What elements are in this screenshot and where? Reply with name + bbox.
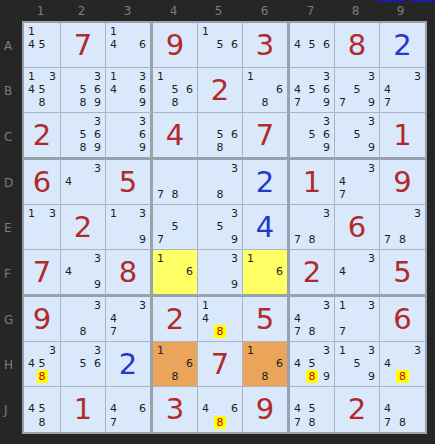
candidate-C8-5: 5 <box>351 128 363 141</box>
candidate-B2-8: 8 <box>77 96 89 109</box>
cell-C9[interactable]: 1 <box>380 113 425 160</box>
candidate-E4-7: 7 <box>157 233 169 246</box>
cell-B4[interactable]: 1568 <box>153 68 198 113</box>
cell-E5[interactable]: 359 <box>198 205 243 250</box>
cell-C4[interactable]: 4 <box>153 113 198 160</box>
candidate-grid-F6: 16 <box>243 250 287 294</box>
candidate-B2-3: 3 <box>89 70 101 83</box>
solved-digit-J8: 2 <box>335 387 379 432</box>
candidate-E9-8: 8 <box>396 233 408 246</box>
cell-F1[interactable]: 7 <box>24 250 61 297</box>
candidate-H6-8: 8 <box>259 370 271 383</box>
cell-J6[interactable]: 9 <box>243 387 290 432</box>
candidate-B9-3: 3 <box>409 70 421 83</box>
row-label-C: C <box>0 113 22 160</box>
cell-J9[interactable]: 478 <box>380 387 425 432</box>
cell-C3[interactable]: 369 <box>106 113 153 160</box>
candidate-A3-1: 1 <box>110 25 122 38</box>
candidate-H4-1: 1 <box>157 344 169 357</box>
solved-digit-A9: 2 <box>380 23 425 67</box>
cell-C6[interactable]: 7 <box>243 113 290 160</box>
candidate-E5-9: 9 <box>226 233 238 246</box>
candidate-C7-9: 9 <box>318 141 330 154</box>
candidate-B7-7: 7 <box>294 96 306 109</box>
candidate-B6-8: 8 <box>259 96 271 109</box>
column-labels: 123456789 <box>22 0 423 21</box>
cell-G6[interactable]: 5 <box>243 297 290 342</box>
cell-A2[interactable]: 7 <box>61 23 106 68</box>
row-label-A: A <box>0 23 22 68</box>
candidate-J1-5: 5 <box>37 402 46 415</box>
candidate-J5-8: 8 <box>214 416 226 429</box>
cell-A1[interactable]: 145 <box>24 23 61 68</box>
solved-digit-G1: 9 <box>24 297 60 341</box>
solved-digit-G4: 2 <box>153 297 197 341</box>
cell-A4[interactable]: 9 <box>153 23 198 68</box>
candidate-J9-4: 4 <box>384 402 396 415</box>
candidate-C3-3: 3 <box>134 115 146 128</box>
cell-H1[interactable]: 3458 <box>24 342 61 387</box>
column-label-6: 6 <box>241 0 288 21</box>
cell-E3[interactable]: 139 <box>106 205 153 250</box>
candidate-B7-5: 5 <box>306 83 318 96</box>
row-label-D: D <box>0 160 22 205</box>
solved-digit-F3: 8 <box>106 250 150 294</box>
candidate-H7-8: 8 <box>306 370 318 383</box>
candidate-grid-A7: 456 <box>290 23 334 67</box>
solved-digit-B5: 2 <box>198 68 242 112</box>
candidate-grid-H4: 168 <box>153 342 197 386</box>
candidate-grid-F5: 39 <box>198 250 242 294</box>
candidate-A7-4: 4 <box>294 38 306 51</box>
candidate-G5-1: 1 <box>202 299 214 312</box>
cell-F8[interactable]: 34 <box>335 250 380 297</box>
row-label-B: B <box>0 68 22 113</box>
candidate-H9-8: 8 <box>396 370 408 383</box>
cell-G5[interactable]: 148 <box>198 297 243 342</box>
candidate-J5-6: 6 <box>226 402 238 415</box>
cell-A6[interactable]: 3 <box>243 23 290 68</box>
candidate-A3-6: 6 <box>134 38 146 51</box>
cell-H2[interactable]: 356 <box>61 342 106 387</box>
solved-digit-A6: 3 <box>243 23 287 67</box>
candidate-grid-C2: 35689 <box>61 113 105 157</box>
candidate-H8-3: 3 <box>363 344 375 357</box>
candidate-A3-4: 4 <box>110 38 122 51</box>
candidate-B2-6: 6 <box>89 83 101 96</box>
candidate-grid-D8: 347 <box>335 160 379 204</box>
candidate-E7-3: 3 <box>318 207 330 220</box>
solved-digit-H5: 7 <box>198 342 242 386</box>
cell-F2[interactable]: 349 <box>61 250 106 297</box>
cell-D3[interactable]: 5 <box>106 160 153 205</box>
sudoku-board: 1457146915634568213458356891346915682168… <box>22 21 427 434</box>
candidate-E9-7: 7 <box>384 233 396 246</box>
candidate-E1-3: 3 <box>47 207 56 220</box>
candidate-D4-8: 8 <box>169 188 181 201</box>
candidate-G8-7: 7 <box>339 325 351 338</box>
candidate-B1-4: 4 <box>28 83 37 96</box>
candidate-grid-A5: 156 <box>198 23 242 67</box>
candidate-H4-8: 8 <box>169 370 181 383</box>
candidate-B1-1: 1 <box>28 70 37 83</box>
candidate-grid-F8: 34 <box>335 250 379 294</box>
cell-B2[interactable]: 35689 <box>61 68 106 113</box>
cell-H3[interactable]: 2 <box>106 342 153 387</box>
candidate-B9-4: 4 <box>384 83 396 96</box>
candidate-grid-A3: 146 <box>106 23 150 67</box>
cell-F6[interactable]: 16 <box>243 250 290 297</box>
candidate-G8-1: 1 <box>339 299 351 312</box>
candidate-H8-1: 1 <box>339 344 351 357</box>
candidate-H6-1: 1 <box>247 344 259 357</box>
cell-D7[interactable]: 1 <box>290 160 335 205</box>
candidate-G2-8: 8 <box>77 325 89 338</box>
candidate-F2-9: 9 <box>89 278 101 291</box>
candidate-C5-8: 8 <box>214 141 226 154</box>
solved-digit-C4: 4 <box>153 113 197 157</box>
solved-digit-E8: 6 <box>335 205 379 249</box>
candidate-E3-3: 3 <box>134 207 146 220</box>
cell-G1[interactable]: 9 <box>24 297 61 342</box>
cell-J8[interactable]: 2 <box>335 387 380 432</box>
candidate-grid-F2: 349 <box>61 250 105 294</box>
candidate-E7-7: 7 <box>294 233 306 246</box>
candidate-C3-9: 9 <box>134 141 146 154</box>
solved-digit-C1: 2 <box>24 113 60 157</box>
candidate-H6-6: 6 <box>271 357 283 370</box>
candidate-H8-5: 5 <box>351 357 363 370</box>
candidate-B4-5: 5 <box>169 83 181 96</box>
candidate-B7-3: 3 <box>318 70 330 83</box>
candidate-grid-B8: 3579 <box>335 68 379 112</box>
candidate-grid-B7: 345679 <box>290 68 334 112</box>
candidate-J3-4: 4 <box>110 402 122 415</box>
candidate-C2-6: 6 <box>89 128 101 141</box>
cell-D8[interactable]: 347 <box>335 160 380 205</box>
candidate-grid-J7: 4578 <box>290 387 334 432</box>
candidate-B6-1: 1 <box>247 70 259 83</box>
cell-B6[interactable]: 168 <box>243 68 290 113</box>
candidate-E3-9: 9 <box>134 233 146 246</box>
candidate-grid-H9: 348 <box>380 342 425 386</box>
candidate-H7-9: 9 <box>318 370 330 383</box>
cell-H9[interactable]: 348 <box>380 342 425 387</box>
candidate-H7-3: 3 <box>318 344 330 357</box>
candidate-grid-E5: 359 <box>198 205 242 249</box>
candidate-B4-8: 8 <box>169 96 181 109</box>
candidate-G5-4: 4 <box>202 312 214 325</box>
candidate-H2-6: 6 <box>89 357 101 370</box>
cell-J3[interactable]: 467 <box>106 387 153 432</box>
candidate-D5-3: 3 <box>226 162 238 175</box>
candidate-grid-G7: 3478 <box>290 297 334 341</box>
solved-digit-J2: 1 <box>61 387 105 432</box>
candidate-J7-5: 5 <box>306 402 318 415</box>
cell-A5[interactable]: 156 <box>198 23 243 68</box>
candidate-grid-F4: 16 <box>153 250 197 294</box>
candidate-grid-B2: 35689 <box>61 68 105 112</box>
candidate-A7-5: 5 <box>306 38 318 51</box>
cell-J2[interactable]: 1 <box>61 387 106 432</box>
candidate-G3-4: 4 <box>110 312 122 325</box>
solved-digit-A2: 7 <box>61 23 105 67</box>
candidate-D5-8: 8 <box>214 188 226 201</box>
candidate-C2-5: 5 <box>77 128 89 141</box>
cell-H8[interactable]: 1359 <box>335 342 380 387</box>
row-label-H: H <box>0 342 22 387</box>
cell-E7[interactable]: 378 <box>290 205 335 250</box>
cell-H4[interactable]: 168 <box>153 342 198 387</box>
candidate-B8-5: 5 <box>351 83 363 96</box>
cell-E1[interactable]: 13 <box>24 205 61 250</box>
candidate-H2-3: 3 <box>89 344 101 357</box>
candidate-B2-9: 9 <box>89 96 101 109</box>
cell-G7[interactable]: 3478 <box>290 297 335 342</box>
candidate-H4-6: 6 <box>181 357 193 370</box>
candidate-grid-D4: 78 <box>153 160 197 204</box>
cell-J5[interactable]: 468 <box>198 387 243 432</box>
candidate-B3-6: 6 <box>134 83 146 96</box>
cell-A7[interactable]: 456 <box>290 23 335 68</box>
solved-digit-H3: 2 <box>106 342 150 386</box>
cell-D5[interactable]: 38 <box>198 160 243 205</box>
candidate-F6-6: 6 <box>271 265 283 278</box>
candidate-grid-C3: 369 <box>106 113 150 157</box>
candidate-grid-J5: 468 <box>198 387 242 432</box>
candidate-grid-E1: 13 <box>24 205 60 249</box>
candidate-G7-4: 4 <box>294 312 306 325</box>
cell-D2[interactable]: 34 <box>61 160 106 205</box>
candidate-C3-6: 6 <box>134 128 146 141</box>
candidate-B7-4: 4 <box>294 83 306 96</box>
cell-D1[interactable]: 6 <box>24 160 61 205</box>
cell-C5[interactable]: 568 <box>198 113 243 160</box>
cell-D9[interactable]: 9 <box>380 160 425 205</box>
column-label-3: 3 <box>104 0 151 21</box>
cell-G4[interactable]: 2 <box>153 297 198 342</box>
cell-F7[interactable]: 2 <box>290 250 335 297</box>
solved-digit-D1: 6 <box>24 160 60 204</box>
candidate-C7-3: 3 <box>318 115 330 128</box>
solved-digit-F1: 7 <box>24 250 60 294</box>
cell-C7[interactable]: 3569 <box>290 113 335 160</box>
candidate-B8-9: 9 <box>363 96 375 109</box>
candidate-grid-G3: 347 <box>106 297 150 341</box>
candidate-D8-4: 4 <box>339 175 351 188</box>
solved-digit-J6: 9 <box>243 387 287 432</box>
candidate-grid-B4: 1568 <box>153 68 197 112</box>
cell-E4[interactable]: 57 <box>153 205 198 250</box>
candidate-J9-7: 7 <box>384 416 396 429</box>
cell-D4[interactable]: 78 <box>153 160 198 205</box>
candidate-J3-6: 6 <box>134 402 146 415</box>
candidate-E1-1: 1 <box>28 207 37 220</box>
cell-A3[interactable]: 146 <box>106 23 153 68</box>
cell-H5[interactable]: 7 <box>198 342 243 387</box>
cell-F9[interactable]: 5 <box>380 250 425 297</box>
candidate-grid-B3: 13469 <box>106 68 150 112</box>
candidate-B4-6: 6 <box>181 83 193 96</box>
solved-digit-A8: 8 <box>335 23 379 67</box>
solved-digit-G6: 5 <box>243 297 287 341</box>
solved-digit-F9: 5 <box>380 250 425 294</box>
candidate-D8-3: 3 <box>363 162 375 175</box>
column-label-7: 7 <box>288 0 333 21</box>
candidate-H1-5: 5 <box>37 357 48 370</box>
candidate-grid-J9: 478 <box>380 387 425 432</box>
cell-C1[interactable]: 2 <box>24 113 61 160</box>
cell-E9[interactable]: 378 <box>380 205 425 250</box>
candidate-D2-3: 3 <box>89 162 101 175</box>
candidate-F5-3: 3 <box>226 252 238 265</box>
cell-B5[interactable]: 2 <box>198 68 243 113</box>
solved-digit-D3: 5 <box>106 160 150 204</box>
candidate-C7-5: 5 <box>306 128 318 141</box>
candidate-B3-4: 4 <box>110 83 122 96</box>
solved-digit-F7: 2 <box>290 250 334 294</box>
candidate-D8-7: 7 <box>339 188 351 201</box>
candidate-C8-3: 3 <box>363 115 375 128</box>
cell-C2[interactable]: 35689 <box>61 113 106 160</box>
candidate-J7-7: 7 <box>294 416 306 429</box>
candidate-B3-3: 3 <box>134 70 146 83</box>
candidate-F6-1: 1 <box>247 252 259 265</box>
cell-B9[interactable]: 347 <box>380 68 425 113</box>
candidate-F8-4: 4 <box>339 265 351 278</box>
candidate-B7-9: 9 <box>318 96 330 109</box>
solved-digit-C6: 7 <box>243 113 287 157</box>
cell-G8[interactable]: 137 <box>335 297 380 342</box>
candidate-G5-8: 8 <box>214 325 226 338</box>
candidate-F8-3: 3 <box>363 252 375 265</box>
candidate-G7-7: 7 <box>294 325 306 338</box>
cell-E2[interactable]: 2 <box>61 205 106 250</box>
solved-digit-D7: 1 <box>290 160 334 204</box>
candidate-B8-3: 3 <box>363 70 375 83</box>
cell-G9[interactable]: 6 <box>380 297 425 342</box>
candidate-B3-9: 9 <box>134 96 146 109</box>
candidate-G8-3: 3 <box>363 299 375 312</box>
candidate-F4-1: 1 <box>157 252 169 265</box>
cell-F5[interactable]: 39 <box>198 250 243 297</box>
candidate-B8-7: 7 <box>339 96 351 109</box>
candidate-F2-4: 4 <box>65 265 77 278</box>
candidate-A5-1: 1 <box>202 25 214 38</box>
candidate-E9-3: 3 <box>409 207 421 220</box>
candidate-C5-6: 6 <box>226 128 238 141</box>
cell-E6[interactable]: 4 <box>243 205 290 250</box>
candidate-grid-D5: 38 <box>198 160 242 204</box>
row-label-G: G <box>0 297 22 342</box>
candidate-A7-6: 6 <box>318 38 330 51</box>
candidate-G2-3: 3 <box>89 299 101 312</box>
candidate-grid-H7: 34589 <box>290 342 334 386</box>
candidate-grid-E9: 378 <box>380 205 425 249</box>
candidate-F5-9: 9 <box>226 278 238 291</box>
solved-digit-C9: 1 <box>380 113 425 157</box>
cell-A8[interactable]: 8 <box>335 23 380 68</box>
candidate-H7-4: 4 <box>294 357 306 370</box>
candidate-grid-J1: 458 <box>24 387 60 432</box>
candidate-G3-7: 7 <box>110 325 122 338</box>
cell-J7[interactable]: 4578 <box>290 387 335 432</box>
cell-J1[interactable]: 458 <box>24 387 61 432</box>
cell-D6[interactable]: 2 <box>243 160 290 205</box>
candidate-E7-8: 8 <box>306 233 318 246</box>
solved-digit-J4: 3 <box>153 387 197 432</box>
candidate-B1-5: 5 <box>37 83 46 96</box>
cell-B8[interactable]: 3579 <box>335 68 380 113</box>
row-label-J: J <box>0 387 22 432</box>
candidate-grid-E7: 378 <box>290 205 334 249</box>
candidate-D4-7: 7 <box>157 188 169 201</box>
solved-digit-E2: 2 <box>61 205 105 249</box>
candidate-G7-8: 8 <box>306 325 318 338</box>
candidate-G7-3: 3 <box>318 299 330 312</box>
candidate-F4-6: 6 <box>181 265 193 278</box>
cell-F3[interactable]: 8 <box>106 250 153 297</box>
candidate-H1-3: 3 <box>48 344 57 357</box>
cell-J4[interactable]: 3 <box>153 387 198 432</box>
candidate-grid-C8: 359 <box>335 113 379 157</box>
row-label-E: E <box>0 205 22 250</box>
cell-G2[interactable]: 38 <box>61 297 106 342</box>
candidate-grid-C7: 3569 <box>290 113 334 157</box>
candidate-B2-5: 5 <box>77 83 89 96</box>
candidate-C8-9: 9 <box>363 141 375 154</box>
candidate-grid-B1: 13458 <box>24 68 60 112</box>
solved-digit-G9: 6 <box>380 297 425 341</box>
candidate-C2-9: 9 <box>89 141 101 154</box>
candidate-H9-3: 3 <box>409 344 421 357</box>
candidate-J3-7: 7 <box>110 416 122 429</box>
candidate-H8-9: 9 <box>363 370 375 383</box>
candidate-A1-1: 1 <box>28 25 37 38</box>
candidate-B1-8: 8 <box>37 96 46 109</box>
cell-A9[interactable]: 2 <box>380 23 425 68</box>
solved-digit-A4: 9 <box>153 23 197 67</box>
candidate-grid-J3: 467 <box>106 387 150 432</box>
cell-H6[interactable]: 168 <box>243 342 290 387</box>
solved-digit-D6: 2 <box>243 160 287 204</box>
candidate-E5-5: 5 <box>214 220 226 233</box>
cell-F4[interactable]: 16 <box>153 250 198 297</box>
cell-B7[interactable]: 345679 <box>290 68 335 113</box>
row-label-F: F <box>0 250 22 297</box>
solved-digit-D9: 9 <box>380 160 425 204</box>
candidate-grid-G8: 137 <box>335 297 379 341</box>
candidate-grid-E4: 57 <box>153 205 197 249</box>
candidate-A5-6: 6 <box>226 38 238 51</box>
cell-B3[interactable]: 13469 <box>106 68 153 113</box>
candidate-C2-3: 3 <box>89 115 101 128</box>
cell-B1[interactable]: 13458 <box>24 68 61 113</box>
candidate-B3-1: 1 <box>110 70 122 83</box>
candidate-G3-3: 3 <box>134 299 146 312</box>
candidate-A5-5: 5 <box>214 38 226 51</box>
column-label-2: 2 <box>59 0 104 21</box>
cell-G3[interactable]: 347 <box>106 297 153 342</box>
cell-E8[interactable]: 6 <box>335 205 380 250</box>
cell-C8[interactable]: 359 <box>335 113 380 160</box>
candidate-grid-G5: 148 <box>198 297 242 341</box>
candidate-J1-4: 4 <box>28 402 37 415</box>
cell-H7[interactable]: 34589 <box>290 342 335 387</box>
column-label-8: 8 <box>333 0 378 21</box>
candidate-grid-D2: 34 <box>61 160 105 204</box>
column-label-9: 9 <box>378 0 423 21</box>
